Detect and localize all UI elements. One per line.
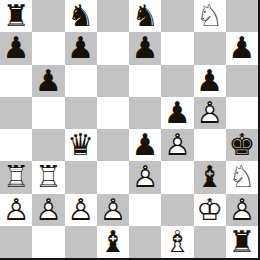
white-piece-outline-glyph: ♗: [164, 226, 191, 258]
square-h3[interactable]: ♞♘: [226, 161, 258, 193]
square-b3[interactable]: ♜♖: [32, 161, 64, 193]
square-f3[interactable]: [161, 161, 193, 193]
square-d2[interactable]: ♟♙: [97, 194, 129, 226]
square-d7[interactable]: [97, 32, 129, 64]
piece-white-knight: ♞♘: [228, 161, 255, 193]
piece-black-pawn: ♟: [196, 65, 223, 97]
square-h6[interactable]: [226, 65, 258, 97]
white-piece-outline-glyph: ♙: [196, 97, 223, 129]
square-d1[interactable]: ♝: [97, 226, 129, 258]
square-g6[interactable]: ♟: [194, 65, 226, 97]
square-c3[interactable]: [65, 161, 97, 193]
square-f7[interactable]: [161, 32, 193, 64]
black-piece-glyph: ♝: [99, 226, 126, 258]
square-b1[interactable]: [32, 226, 64, 258]
white-piece-outline-glyph: ♘: [228, 161, 255, 193]
piece-white-pawn: ♟♙: [132, 161, 159, 193]
black-piece-glyph: ♟: [132, 129, 159, 161]
square-g2[interactable]: ♚♔: [194, 194, 226, 226]
square-h8[interactable]: [226, 0, 258, 32]
square-h7[interactable]: ♟: [226, 32, 258, 64]
piece-black-knight: ♞: [132, 0, 159, 32]
square-c1[interactable]: [65, 226, 97, 258]
black-piece-glyph: ♜: [228, 226, 255, 258]
square-c5[interactable]: [65, 97, 97, 129]
piece-black-rook: ♜: [3, 0, 30, 32]
piece-black-bishop: ♝: [99, 226, 126, 258]
square-e1[interactable]: [129, 226, 161, 258]
piece-black-rook: ♜: [228, 226, 255, 258]
square-d4[interactable]: [97, 129, 129, 161]
square-a4[interactable]: [0, 129, 32, 161]
chess-board: ♜♞♞♞♘♟♟♟♟♟♟♟♟♙♛♟♟♙♚♜♖♜♖♟♙♝♞♘♟♙♟♙♟♙♟♙♚♔♟♙…: [0, 0, 260, 260]
white-piece-outline-glyph: ♖: [35, 161, 62, 193]
square-h2[interactable]: ♟♙: [226, 194, 258, 226]
square-g5[interactable]: ♟♙: [194, 97, 226, 129]
square-a1[interactable]: [0, 226, 32, 258]
square-d8[interactable]: [97, 0, 129, 32]
square-a5[interactable]: [0, 97, 32, 129]
square-a3[interactable]: ♜♖: [0, 161, 32, 193]
piece-black-pawn: ♟: [67, 32, 94, 64]
piece-black-pawn: ♟: [132, 129, 159, 161]
square-g8[interactable]: ♞♘: [194, 0, 226, 32]
white-piece-outline-glyph: ♔: [196, 194, 223, 226]
piece-white-pawn: ♟♙: [67, 194, 94, 226]
piece-white-bishop: ♝♗: [164, 226, 191, 258]
square-f2[interactable]: [161, 194, 193, 226]
piece-black-pawn: ♟: [164, 97, 191, 129]
piece-black-queen: ♛: [67, 129, 94, 161]
square-g3[interactable]: ♝: [194, 161, 226, 193]
black-piece-glyph: ♜: [3, 0, 30, 32]
square-a2[interactable]: ♟♙: [0, 194, 32, 226]
square-b6[interactable]: ♟: [32, 65, 64, 97]
square-g1[interactable]: [194, 226, 226, 258]
square-e7[interactable]: ♟: [129, 32, 161, 64]
square-h1[interactable]: ♜: [226, 226, 258, 258]
black-piece-glyph: ♟: [35, 65, 62, 97]
square-f4[interactable]: ♟♙: [161, 129, 193, 161]
square-e5[interactable]: [129, 97, 161, 129]
square-f8[interactable]: [161, 0, 193, 32]
square-f5[interactable]: ♟: [161, 97, 193, 129]
square-c4[interactable]: ♛: [65, 129, 97, 161]
square-b2[interactable]: ♟♙: [32, 194, 64, 226]
white-piece-outline-glyph: ♙: [35, 194, 62, 226]
square-e8[interactable]: ♞: [129, 0, 161, 32]
square-c2[interactable]: ♟♙: [65, 194, 97, 226]
black-piece-glyph: ♞: [67, 0, 94, 32]
square-g7[interactable]: [194, 32, 226, 64]
square-f6[interactable]: [161, 65, 193, 97]
white-piece-outline-glyph: ♙: [67, 194, 94, 226]
black-piece-glyph: ♟: [164, 97, 191, 129]
piece-black-pawn: ♟: [132, 32, 159, 64]
white-piece-outline-glyph: ♙: [132, 161, 159, 193]
square-b4[interactable]: [32, 129, 64, 161]
piece-white-knight: ♞♘: [196, 0, 223, 32]
black-piece-glyph: ♟: [132, 32, 159, 64]
piece-white-rook: ♜♖: [35, 161, 62, 193]
square-c8[interactable]: ♞: [65, 0, 97, 32]
piece-black-pawn: ♟: [3, 32, 30, 64]
black-piece-glyph: ♟: [3, 32, 30, 64]
piece-black-pawn: ♟: [35, 65, 62, 97]
piece-white-pawn: ♟♙: [228, 194, 255, 226]
piece-white-king: ♚♔: [196, 194, 223, 226]
square-b5[interactable]: [32, 97, 64, 129]
piece-black-bishop: ♝: [196, 161, 223, 193]
square-g4[interactable]: [194, 129, 226, 161]
white-piece-outline-glyph: ♙: [3, 194, 30, 226]
black-piece-glyph: ♞: [132, 0, 159, 32]
black-piece-glyph: ♟: [67, 32, 94, 64]
square-a8[interactable]: ♜: [0, 0, 32, 32]
square-e6[interactable]: [129, 65, 161, 97]
piece-white-pawn: ♟♙: [164, 129, 191, 161]
square-h4[interactable]: ♚: [226, 129, 258, 161]
piece-black-knight: ♞: [67, 0, 94, 32]
square-b7[interactable]: [32, 32, 64, 64]
piece-black-king: ♚: [228, 129, 255, 161]
black-piece-glyph: ♚: [228, 129, 255, 161]
square-f1[interactable]: ♝♗: [161, 226, 193, 258]
white-piece-outline-glyph: ♙: [228, 194, 255, 226]
square-d3[interactable]: [97, 161, 129, 193]
square-a7[interactable]: ♟: [0, 32, 32, 64]
black-piece-glyph: ♟: [196, 65, 223, 97]
black-piece-glyph: ♟: [228, 32, 255, 64]
white-piece-outline-glyph: ♘: [196, 0, 223, 32]
square-c7[interactable]: ♟: [65, 32, 97, 64]
black-piece-glyph: ♝: [196, 161, 223, 193]
white-piece-outline-glyph: ♙: [99, 194, 126, 226]
square-e4[interactable]: ♟: [129, 129, 161, 161]
black-piece-glyph: ♛: [67, 129, 94, 161]
piece-white-pawn: ♟♙: [3, 194, 30, 226]
piece-black-pawn: ♟: [228, 32, 255, 64]
piece-white-rook: ♜♖: [3, 161, 30, 193]
square-b8[interactable]: [32, 0, 64, 32]
white-piece-outline-glyph: ♙: [164, 129, 191, 161]
white-piece-outline-glyph: ♖: [3, 161, 30, 193]
square-h5[interactable]: [226, 97, 258, 129]
square-e3[interactable]: ♟♙: [129, 161, 161, 193]
piece-white-pawn: ♟♙: [35, 194, 62, 226]
square-c6[interactable]: [65, 65, 97, 97]
square-d5[interactable]: [97, 97, 129, 129]
square-e2[interactable]: [129, 194, 161, 226]
square-a6[interactable]: [0, 65, 32, 97]
square-d6[interactable]: [97, 65, 129, 97]
piece-white-pawn: ♟♙: [196, 97, 223, 129]
piece-white-pawn: ♟♙: [99, 194, 126, 226]
